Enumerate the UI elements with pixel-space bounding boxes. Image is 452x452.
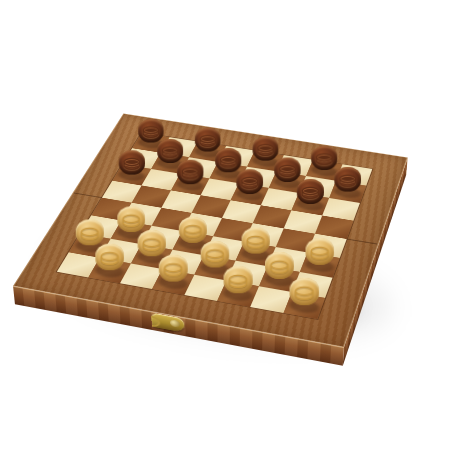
square-r7c6[interactable] <box>250 286 292 313</box>
light-man[interactable]: ⛀ <box>242 227 270 253</box>
dark-man[interactable]: ⛂ <box>252 137 278 161</box>
checkers-case: ⛂⛂⛂⛂⛂⛂⛂⛂⛂⛂⛂⛂⛀⛀⛀⛀⛀⛀⛀⛀⛀⛀⛀⛀ <box>13 113 408 347</box>
light-man[interactable]: ⛀ <box>265 252 294 279</box>
light-man[interactable]: ⛀ <box>223 266 252 293</box>
dark-man[interactable]: ⛂ <box>157 139 183 163</box>
dark-man[interactable]: ⛂ <box>177 160 204 185</box>
dark-man[interactable]: ⛂ <box>297 179 324 204</box>
dark-man[interactable]: ⛂ <box>119 150 146 174</box>
dark-man[interactable]: ⛂ <box>138 119 164 143</box>
light-man[interactable]: ⛀ <box>76 219 104 245</box>
board-grid: ⛂⛂⛂⛂⛂⛂⛂⛂⛂⛂⛂⛂⛀⛀⛀⛀⛀⛀⛀⛀⛀⛀⛀⛀ <box>57 133 372 319</box>
dark-man[interactable]: ⛂ <box>236 169 263 194</box>
fold-seam-right <box>346 238 377 244</box>
light-man[interactable]: ⛀ <box>290 278 320 306</box>
dark-man[interactable]: ⛂ <box>311 146 337 170</box>
light-man[interactable]: ⛀ <box>179 217 207 243</box>
light-man[interactable]: ⛀ <box>201 241 230 268</box>
light-man[interactable]: ⛀ <box>95 244 124 271</box>
fold-seam-left <box>73 192 102 198</box>
square-r1c7[interactable]: ⛂ <box>329 181 366 203</box>
dark-man[interactable]: ⛂ <box>195 128 221 152</box>
photo-scene: ⛂⛂⛂⛂⛂⛂⛂⛂⛂⛂⛂⛂⛀⛀⛀⛀⛀⛀⛀⛀⛀⛀⛀⛀ <box>0 0 452 452</box>
light-man[interactable]: ⛀ <box>305 238 334 265</box>
light-man[interactable]: ⛀ <box>117 206 145 232</box>
light-man[interactable]: ⛀ <box>138 230 167 256</box>
square-r7c7[interactable]: ⛀ <box>284 292 325 319</box>
dark-man[interactable]: ⛂ <box>334 167 361 192</box>
dark-man[interactable]: ⛂ <box>274 157 301 182</box>
square-r2c3[interactable] <box>201 178 239 200</box>
light-man[interactable]: ⛀ <box>159 255 188 282</box>
dark-man[interactable]: ⛂ <box>215 148 241 172</box>
